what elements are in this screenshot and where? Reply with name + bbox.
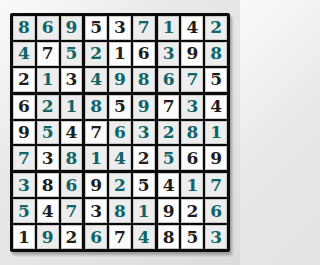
cell-r1c8[interactable]: 4 bbox=[181, 16, 203, 40]
cell-r2c5[interactable]: 1 bbox=[109, 42, 131, 66]
cell-r8c6[interactable]: 1 bbox=[133, 199, 155, 223]
sudoku-box-1: 869475213 bbox=[13, 16, 82, 92]
cell-r5c7[interactable]: 2 bbox=[158, 121, 180, 145]
cell-r2c3[interactable]: 5 bbox=[61, 42, 83, 66]
cell-r6c4[interactable]: 1 bbox=[85, 146, 107, 170]
cell-r5c4[interactable]: 7 bbox=[85, 121, 107, 145]
cell-r2c2[interactable]: 7 bbox=[37, 42, 59, 66]
cell-r8c8[interactable]: 2 bbox=[181, 199, 203, 223]
cell-r6c2[interactable]: 3 bbox=[37, 146, 59, 170]
cell-r3c5[interactable]: 9 bbox=[109, 68, 131, 92]
cell-r8c9[interactable]: 6 bbox=[205, 199, 227, 223]
cell-r9c1[interactable]: 1 bbox=[13, 225, 35, 249]
cell-r8c2[interactable]: 4 bbox=[37, 199, 59, 223]
cell-r4c6[interactable]: 9 bbox=[133, 95, 155, 119]
cell-r4c8[interactable]: 3 bbox=[181, 95, 203, 119]
cell-r9c7[interactable]: 8 bbox=[158, 225, 180, 249]
cell-r1c5[interactable]: 3 bbox=[109, 16, 131, 40]
cell-r8c3[interactable]: 7 bbox=[61, 199, 83, 223]
cell-r2c6[interactable]: 6 bbox=[133, 42, 155, 66]
cell-r7c5[interactable]: 2 bbox=[109, 173, 131, 197]
cell-r6c7[interactable]: 5 bbox=[158, 146, 180, 170]
cell-r7c2[interactable]: 8 bbox=[37, 173, 59, 197]
cell-r3c1[interactable]: 2 bbox=[13, 68, 35, 92]
cell-r3c3[interactable]: 3 bbox=[61, 68, 83, 92]
cell-r7c7[interactable]: 4 bbox=[158, 173, 180, 197]
sudoku-box-7: 386547192 bbox=[13, 173, 82, 249]
cell-r6c9[interactable]: 9 bbox=[205, 146, 227, 170]
cell-r4c4[interactable]: 8 bbox=[85, 95, 107, 119]
cell-r1c6[interactable]: 7 bbox=[133, 16, 155, 40]
cell-r5c1[interactable]: 9 bbox=[13, 121, 35, 145]
cell-r5c5[interactable]: 6 bbox=[109, 121, 131, 145]
sudoku-box-2: 537216498 bbox=[85, 16, 154, 92]
cell-r7c4[interactable]: 9 bbox=[85, 173, 107, 197]
cell-r8c4[interactable]: 3 bbox=[85, 199, 107, 223]
cell-r5c8[interactable]: 8 bbox=[181, 121, 203, 145]
cell-r3c2[interactable]: 1 bbox=[37, 68, 59, 92]
cell-r4c2[interactable]: 2 bbox=[37, 95, 59, 119]
sudoku-box-5: 859763142 bbox=[85, 95, 154, 171]
sudoku-box-4: 621954738 bbox=[13, 95, 82, 171]
cell-r4c3[interactable]: 1 bbox=[61, 95, 83, 119]
cell-r2c9[interactable]: 8 bbox=[205, 42, 227, 66]
cell-r3c8[interactable]: 7 bbox=[181, 68, 203, 92]
cell-r5c6[interactable]: 3 bbox=[133, 121, 155, 145]
cell-r5c3[interactable]: 4 bbox=[61, 121, 83, 145]
cell-r6c5[interactable]: 4 bbox=[109, 146, 131, 170]
cell-r9c8[interactable]: 5 bbox=[181, 225, 203, 249]
cell-r3c7[interactable]: 6 bbox=[158, 68, 180, 92]
cell-r1c4[interactable]: 5 bbox=[85, 16, 107, 40]
cell-r6c6[interactable]: 2 bbox=[133, 146, 155, 170]
cell-r1c9[interactable]: 2 bbox=[205, 16, 227, 40]
cell-r6c8[interactable]: 6 bbox=[181, 146, 203, 170]
sudoku-box-3: 142398675 bbox=[158, 16, 227, 92]
cell-r3c9[interactable]: 5 bbox=[205, 68, 227, 92]
cell-r8c1[interactable]: 5 bbox=[13, 199, 35, 223]
cell-r6c1[interactable]: 7 bbox=[13, 146, 35, 170]
cell-r4c9[interactable]: 4 bbox=[205, 95, 227, 119]
cell-r2c8[interactable]: 9 bbox=[181, 42, 203, 66]
cell-r7c6[interactable]: 5 bbox=[133, 173, 155, 197]
cell-r7c3[interactable]: 6 bbox=[61, 173, 83, 197]
cell-r9c2[interactable]: 9 bbox=[37, 225, 59, 249]
cell-r7c8[interactable]: 1 bbox=[181, 173, 203, 197]
cell-r2c7[interactable]: 3 bbox=[158, 42, 180, 66]
cell-r5c2[interactable]: 5 bbox=[37, 121, 59, 145]
cell-r9c6[interactable]: 4 bbox=[133, 225, 155, 249]
sudoku-board: 8694752135372164981423986756219547388597… bbox=[10, 13, 230, 252]
cell-r9c3[interactable]: 2 bbox=[61, 225, 83, 249]
cell-r9c5[interactable]: 7 bbox=[109, 225, 131, 249]
sudoku-box-8: 925381674 bbox=[85, 173, 154, 249]
sudoku-box-6: 734281569 bbox=[158, 95, 227, 171]
cell-r8c7[interactable]: 9 bbox=[158, 199, 180, 223]
sudoku-box-9: 417926853 bbox=[158, 173, 227, 249]
cell-r7c9[interactable]: 7 bbox=[205, 173, 227, 197]
cell-r8c5[interactable]: 8 bbox=[109, 199, 131, 223]
cell-r4c5[interactable]: 5 bbox=[109, 95, 131, 119]
cell-r4c7[interactable]: 7 bbox=[158, 95, 180, 119]
cell-r3c6[interactable]: 8 bbox=[133, 68, 155, 92]
cell-r6c3[interactable]: 8 bbox=[61, 146, 83, 170]
cell-r1c1[interactable]: 8 bbox=[13, 16, 35, 40]
cell-r7c1[interactable]: 3 bbox=[13, 173, 35, 197]
cell-r9c4[interactable]: 6 bbox=[85, 225, 107, 249]
cell-r4c1[interactable]: 6 bbox=[13, 95, 35, 119]
cell-r2c1[interactable]: 4 bbox=[13, 42, 35, 66]
cell-r1c7[interactable]: 1 bbox=[158, 16, 180, 40]
cell-r1c2[interactable]: 6 bbox=[37, 16, 59, 40]
cell-r5c9[interactable]: 1 bbox=[205, 121, 227, 145]
cell-r2c4[interactable]: 2 bbox=[85, 42, 107, 66]
cell-r1c3[interactable]: 9 bbox=[61, 16, 83, 40]
cell-r9c9[interactable]: 3 bbox=[205, 225, 227, 249]
cell-r3c4[interactable]: 4 bbox=[85, 68, 107, 92]
